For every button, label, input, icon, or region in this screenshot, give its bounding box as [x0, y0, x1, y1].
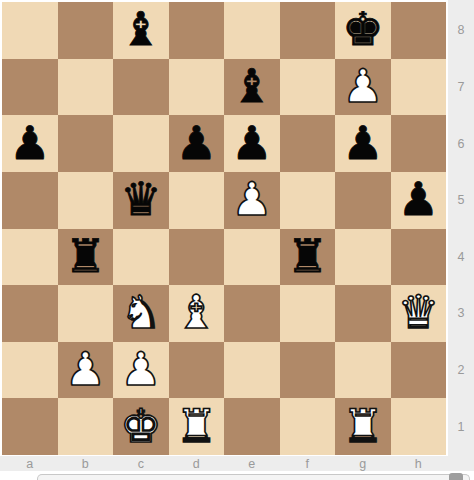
- black-pawn-icon[interactable]: ♟: [176, 120, 217, 166]
- square-f7[interactable]: [280, 59, 336, 116]
- rank-label-7: 7: [448, 59, 474, 116]
- square-f4[interactable]: ♜: [280, 229, 336, 286]
- square-a5[interactable]: [2, 172, 58, 229]
- square-a2[interactable]: [2, 342, 58, 399]
- square-f3[interactable]: [280, 285, 336, 342]
- chess-app: ♝♚♝♟♟♟♟♟♛♟♟♜♜♞♝♛♟♟♚♜♜ 87654321 abcdefgh: [0, 0, 474, 480]
- rank-label-8: 8: [448, 2, 474, 59]
- white-rook-icon[interactable]: ♜: [342, 403, 383, 449]
- square-h1[interactable]: [391, 398, 447, 455]
- rank-labels: 87654321: [448, 2, 474, 455]
- square-g3[interactable]: [335, 285, 391, 342]
- square-e6[interactable]: ♟: [224, 115, 280, 172]
- white-pawn-icon[interactable]: ♟: [65, 346, 106, 392]
- square-b6[interactable]: [58, 115, 114, 172]
- black-pawn-icon[interactable]: ♟: [9, 120, 50, 166]
- square-c3[interactable]: ♞: [113, 285, 169, 342]
- square-f1[interactable]: [280, 398, 336, 455]
- square-f8[interactable]: [280, 2, 336, 59]
- square-g4[interactable]: [335, 229, 391, 286]
- square-f6[interactable]: [280, 115, 336, 172]
- square-d5[interactable]: [169, 172, 225, 229]
- square-a3[interactable]: [2, 285, 58, 342]
- white-rook-icon[interactable]: ♜: [176, 403, 217, 449]
- rank-label-1: 1: [448, 398, 474, 455]
- black-rook-icon[interactable]: ♜: [65, 233, 106, 279]
- square-c7[interactable]: [113, 59, 169, 116]
- square-c2[interactable]: ♟: [113, 342, 169, 399]
- black-queen-icon[interactable]: ♛: [120, 176, 161, 222]
- file-label-a: a: [2, 456, 58, 471]
- horizontal-scrollbar-track[interactable]: [37, 474, 470, 480]
- square-h8[interactable]: [391, 2, 447, 59]
- square-e4[interactable]: [224, 229, 280, 286]
- square-g7[interactable]: ♟: [335, 59, 391, 116]
- file-label-c: c: [113, 456, 169, 471]
- file-label-f: f: [280, 456, 336, 471]
- square-a4[interactable]: [2, 229, 58, 286]
- square-d6[interactable]: ♟: [169, 115, 225, 172]
- rank-label-6: 6: [448, 115, 474, 172]
- square-g8[interactable]: ♚: [335, 2, 391, 59]
- square-e8[interactable]: [224, 2, 280, 59]
- square-d1[interactable]: ♜: [169, 398, 225, 455]
- square-a1[interactable]: [2, 398, 58, 455]
- file-label-g: g: [335, 456, 391, 471]
- square-d7[interactable]: [169, 59, 225, 116]
- file-labels: abcdefgh: [2, 456, 446, 471]
- square-h4[interactable]: [391, 229, 447, 286]
- white-knight-icon[interactable]: ♞: [120, 289, 161, 335]
- white-king-icon[interactable]: ♚: [120, 403, 161, 449]
- square-g6[interactable]: ♟: [335, 115, 391, 172]
- white-bishop-icon[interactable]: ♝: [176, 289, 217, 335]
- rank-label-2: 2: [448, 342, 474, 399]
- square-h6[interactable]: [391, 115, 447, 172]
- square-g2[interactable]: [335, 342, 391, 399]
- square-f5[interactable]: [280, 172, 336, 229]
- square-b8[interactable]: [58, 2, 114, 59]
- square-d4[interactable]: [169, 229, 225, 286]
- file-label-d: d: [169, 456, 225, 471]
- rank-coordinate-strip: 87654321: [448, 0, 474, 456]
- black-rook-icon[interactable]: ♜: [287, 233, 328, 279]
- black-bishop-icon[interactable]: ♝: [231, 63, 272, 109]
- black-king-icon[interactable]: ♚: [342, 6, 383, 52]
- square-a7[interactable]: [2, 59, 58, 116]
- square-a6[interactable]: ♟: [2, 115, 58, 172]
- chess-board: ♝♚♝♟♟♟♟♟♛♟♟♜♜♞♝♛♟♟♚♜♜: [2, 2, 446, 455]
- square-h2[interactable]: [391, 342, 447, 399]
- square-e3[interactable]: [224, 285, 280, 342]
- square-h5[interactable]: ♟: [391, 172, 447, 229]
- square-b1[interactable]: [58, 398, 114, 455]
- square-e5[interactable]: ♟: [224, 172, 280, 229]
- rank-label-4: 4: [448, 229, 474, 286]
- square-b7[interactable]: [58, 59, 114, 116]
- white-queen-icon[interactable]: ♛: [398, 289, 439, 335]
- square-c8[interactable]: ♝: [113, 2, 169, 59]
- square-b5[interactable]: [58, 172, 114, 229]
- square-d2[interactable]: [169, 342, 225, 399]
- horizontal-scrollbar-thumb[interactable]: [449, 473, 463, 480]
- white-pawn-icon[interactable]: ♟: [120, 346, 161, 392]
- square-h3[interactable]: ♛: [391, 285, 447, 342]
- square-c4[interactable]: [113, 229, 169, 286]
- square-e2[interactable]: [224, 342, 280, 399]
- square-g1[interactable]: ♜: [335, 398, 391, 455]
- square-f2[interactable]: [280, 342, 336, 399]
- square-e1[interactable]: [224, 398, 280, 455]
- file-coordinate-strip: abcdefgh: [0, 456, 474, 471]
- file-label-e: e: [224, 456, 280, 471]
- black-pawn-icon[interactable]: ♟: [398, 176, 439, 222]
- square-h7[interactable]: [391, 59, 447, 116]
- file-label-b: b: [58, 456, 114, 471]
- rank-label-5: 5: [448, 172, 474, 229]
- file-label-h: h: [391, 456, 447, 471]
- square-e7[interactable]: ♝: [224, 59, 280, 116]
- square-c5[interactable]: ♛: [113, 172, 169, 229]
- square-g5[interactable]: [335, 172, 391, 229]
- square-b4[interactable]: ♜: [58, 229, 114, 286]
- square-b2[interactable]: ♟: [58, 342, 114, 399]
- square-c1[interactable]: ♚: [113, 398, 169, 455]
- square-a8[interactable]: [2, 2, 58, 59]
- black-bishop-icon[interactable]: ♝: [120, 6, 161, 52]
- rank-label-3: 3: [448, 285, 474, 342]
- square-b3[interactable]: [58, 285, 114, 342]
- white-pawn-icon[interactable]: ♟: [342, 63, 383, 109]
- square-c6[interactable]: [113, 115, 169, 172]
- square-d3[interactable]: ♝: [169, 285, 225, 342]
- black-pawn-icon[interactable]: ♟: [342, 120, 383, 166]
- black-pawn-icon[interactable]: ♟: [231, 120, 272, 166]
- white-pawn-icon[interactable]: ♟: [231, 176, 272, 222]
- square-d8[interactable]: [169, 2, 225, 59]
